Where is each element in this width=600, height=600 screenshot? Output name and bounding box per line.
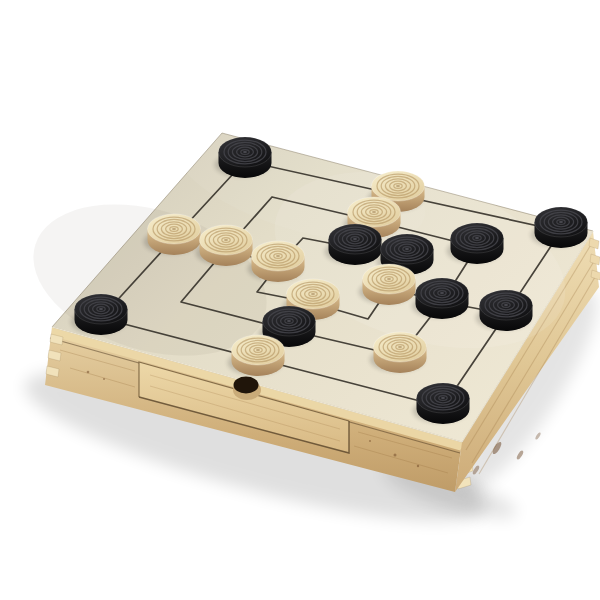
black-piece-g1 xyxy=(413,383,470,424)
white-piece-d1 xyxy=(228,335,285,376)
notch-hole xyxy=(234,377,259,394)
black-piece-g7 xyxy=(531,207,588,248)
scene-svg xyxy=(0,0,600,600)
black-piece-d5 xyxy=(325,224,382,265)
product-photo xyxy=(0,0,600,600)
black-piece-a7 xyxy=(215,137,272,178)
black-piece-f4 xyxy=(412,278,469,319)
white-piece-c4 xyxy=(248,241,305,282)
white-piece-a4 xyxy=(144,214,201,255)
black-piece-f6 xyxy=(447,223,504,264)
white-piece-f2 xyxy=(370,332,427,373)
white-piece-e4 xyxy=(359,264,416,305)
white-piece-b4 xyxy=(196,225,253,266)
black-piece-g4 xyxy=(476,290,533,331)
black-piece-a1 xyxy=(71,294,128,335)
